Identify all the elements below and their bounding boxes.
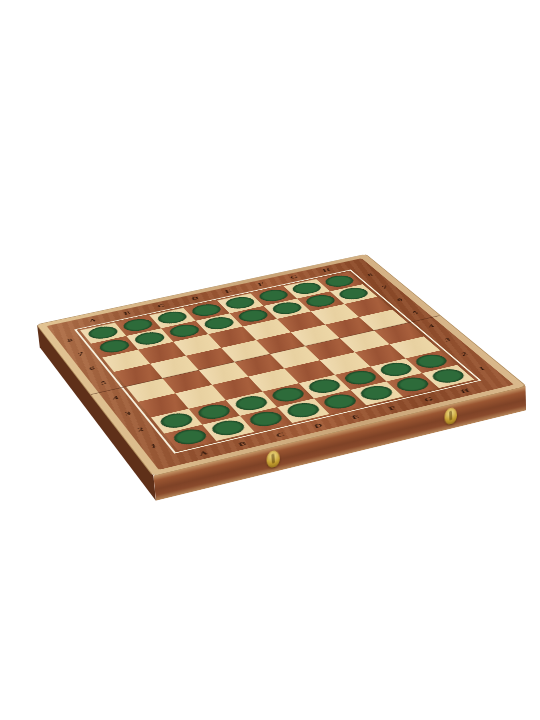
rook-glyph: ♜ bbox=[162, 377, 218, 439]
product-photo-scene: AABBCCDDEEFFGGHH1122334455667788♜♞♝♛♚♝♞♜… bbox=[0, 0, 540, 720]
chess-board[interactable]: AABBCCDDEEFFGGHH1122334455667788♜♞♝♛♚♝♞♜… bbox=[37, 254, 525, 475]
brass-latch-icon[interactable] bbox=[444, 407, 457, 426]
brass-latch-icon[interactable] bbox=[266, 449, 280, 469]
perspective-wrapper: AABBCCDDEEFFGGHH1122334455667788♜♞♝♛♚♝♞♜… bbox=[0, 0, 540, 720]
